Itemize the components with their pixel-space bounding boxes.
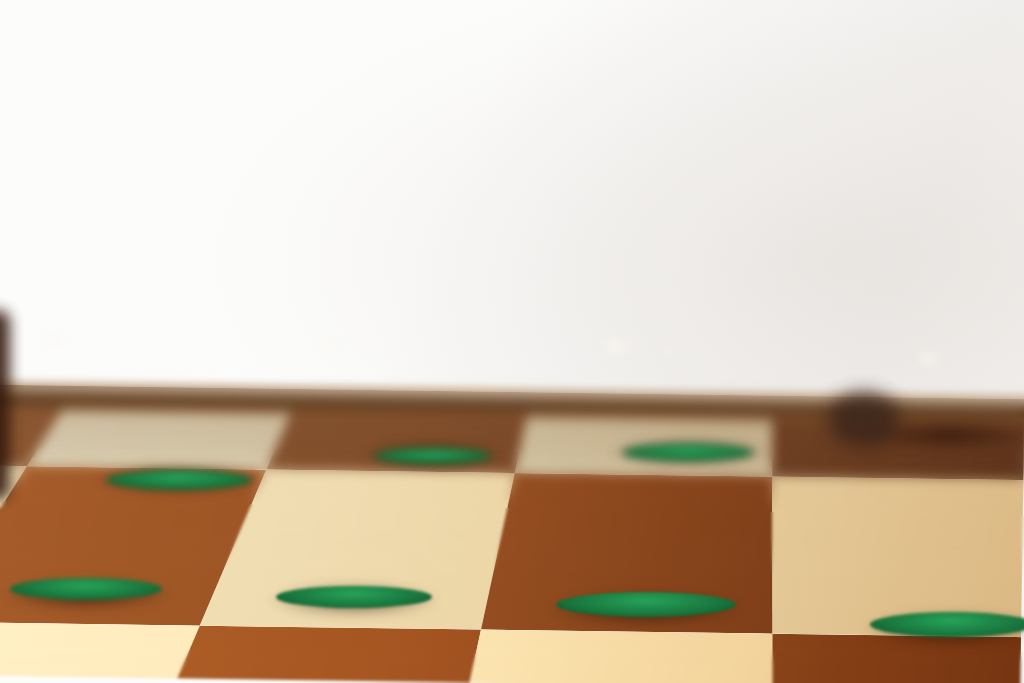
- highlight-pawn-h7: [912, 346, 944, 370]
- highlight-pawn-e7: [40, 330, 68, 352]
- offframe-piece-sliver: [0, 310, 10, 500]
- highlight-pawn-g7-small: [660, 346, 676, 358]
- highlight-pawn-g7: [598, 334, 634, 360]
- highlight-pawn-f7: [312, 334, 342, 358]
- chess-photo-scene: ♚ ♝ ♞ ♜ ♟ ♟ ♟ ♟: [0, 0, 1024, 683]
- depth-of-field-blur-near: [0, 648, 1024, 683]
